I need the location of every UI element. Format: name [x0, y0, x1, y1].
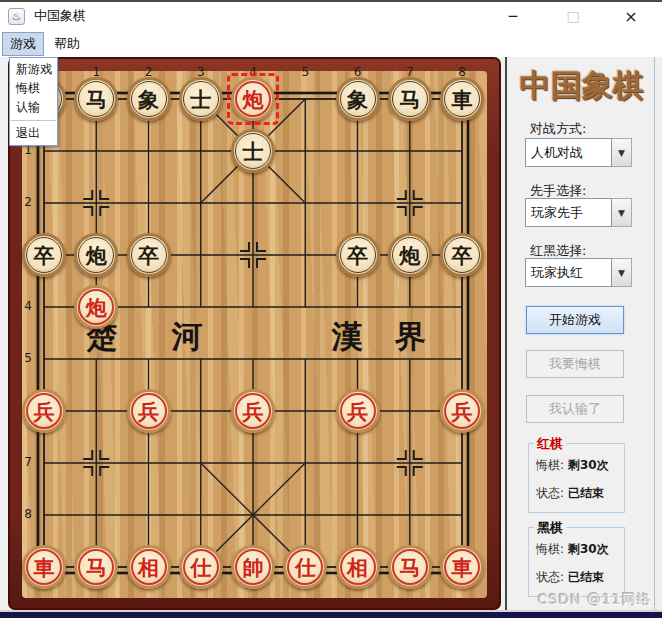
board-point-0-2[interactable]: 象 — [122, 73, 174, 125]
board-point-8-5[interactable] — [279, 489, 331, 541]
piece-glyph: 仕 — [190, 557, 211, 578]
board-point-6-1[interactable] — [70, 385, 122, 437]
board-point-3-5[interactable] — [279, 229, 331, 281]
black-status-label: 状态: — [536, 570, 564, 584]
black-undo-line: 悔棋: 剩30次 — [536, 541, 609, 558]
board-point-2-3[interactable] — [175, 177, 227, 229]
game-menu-popup: 新游戏悔棋认输退出 — [9, 57, 58, 146]
black-status-box: 黑棋 悔棋: 剩30次 状态: 已结束 — [528, 527, 625, 597]
board-point-3-7[interactable]: 炮 — [384, 229, 436, 281]
board-point-9-5[interactable]: 仕 — [279, 541, 331, 593]
board-point-8-6[interactable] — [331, 489, 383, 541]
piece-glyph: 卒 — [347, 245, 368, 266]
board-point-0-7[interactable]: 马 — [384, 73, 436, 125]
black-undo-value: 剩30次 — [568, 542, 609, 556]
xiangqi-board: 楚 河 漢 界 0123456780123456789 車马象士炮象马車士卒炮卒… — [8, 57, 501, 610]
board-point-7-3[interactable] — [175, 437, 227, 489]
board-point-3-4[interactable] — [227, 229, 279, 281]
piece-glyph: 象 — [347, 89, 368, 110]
piece-red-horse[interactable]: 马 — [74, 545, 118, 589]
piece-red-advisor[interactable]: 仕 — [179, 545, 223, 589]
piece-black-horse[interactable]: 马 — [388, 77, 432, 121]
piece-glyph: 炮 — [243, 89, 264, 110]
start-game-button[interactable]: 开始游戏 — [526, 306, 624, 334]
board-point-9-8[interactable]: 車 — [436, 541, 488, 593]
board-point-4-8[interactable] — [436, 281, 488, 333]
board-point-1-1[interactable] — [70, 125, 122, 177]
board-point-6-8[interactable]: 兵 — [436, 385, 488, 437]
piece-glyph: 象 — [138, 89, 159, 110]
board-point-6-2[interactable]: 兵 — [122, 385, 174, 437]
board-point-5-8[interactable] — [436, 333, 488, 385]
piece-red-general[interactable]: 帥 — [231, 545, 275, 589]
resign-button[interactable]: 我认输了 — [526, 395, 624, 423]
title-bar: ♨ 中国象棋 ─ □ × — [0, 2, 662, 30]
piece-glyph: 炮 — [86, 245, 107, 266]
board-point-4-5[interactable] — [279, 281, 331, 333]
board-point-2-0[interactable] — [18, 177, 70, 229]
color-select-value[interactable]: 玩家执红 — [525, 258, 612, 287]
piece-black-advisor[interactable]: 士 — [179, 77, 223, 121]
piece-glyph: 马 — [399, 89, 420, 110]
piece-black-elephant[interactable]: 象 — [127, 77, 171, 121]
board-point-0-8[interactable]: 車 — [436, 73, 488, 125]
board-point-2-2[interactable] — [122, 177, 174, 229]
board-point-7-8[interactable] — [436, 437, 488, 489]
board-point-6-5[interactable] — [279, 385, 331, 437]
chevron-down-icon[interactable]: ▼ — [612, 198, 632, 227]
board-point-1-6[interactable] — [331, 125, 383, 177]
minimize-button[interactable]: ─ — [496, 2, 530, 30]
board-point-7-2[interactable] — [122, 437, 174, 489]
piece-black-elephant[interactable]: 象 — [336, 77, 380, 121]
piece-glyph: 卒 — [138, 245, 159, 266]
first-move-select[interactable]: 玩家先手 ▼ — [525, 198, 632, 227]
piece-red-horse[interactable]: 马 — [388, 545, 432, 589]
board-point-2-4[interactable] — [227, 177, 279, 229]
black-undo-label: 悔棋: — [536, 542, 564, 556]
board-point-4-2[interactable] — [122, 281, 174, 333]
board-point-5-5[interactable] — [279, 333, 331, 385]
watermark: CSDN @11网络 — [538, 591, 652, 609]
piece-glyph: 仕 — [295, 557, 316, 578]
piece-red-soldier[interactable]: 兵 — [22, 389, 66, 433]
piece-glyph: 马 — [86, 89, 107, 110]
board-point-8-4[interactable] — [227, 489, 279, 541]
board-point-4-6[interactable] — [331, 281, 383, 333]
board-point-4-1[interactable]: 炮 — [70, 281, 122, 333]
board-point-5-0[interactable] — [18, 333, 70, 385]
piece-glyph: 卒 — [452, 245, 473, 266]
red-undo-line: 悔棋: 剩30次 — [536, 457, 609, 474]
piece-black-horse[interactable]: 马 — [74, 77, 118, 121]
board-point-2-6[interactable] — [331, 177, 383, 229]
board-point-7-0[interactable] — [18, 437, 70, 489]
color-select-select[interactable]: 玩家执红 ▼ — [525, 258, 632, 287]
menu-game[interactable]: 游戏 — [2, 32, 44, 56]
piece-black-soldier[interactable]: 卒 — [440, 233, 484, 277]
piece-glyph: 車 — [452, 89, 473, 110]
piece-black-cannon[interactable]: 炮 — [74, 233, 118, 277]
piece-glyph: 兵 — [138, 401, 159, 422]
piece-black-chariot[interactable]: 車 — [440, 77, 484, 121]
red-status-box: 红棋 悔棋: 剩30次 状态: 已结束 — [528, 443, 625, 513]
piece-glyph: 車 — [34, 557, 55, 578]
board-point-2-5[interactable] — [279, 177, 331, 229]
first-move-value[interactable]: 玩家先手 — [525, 198, 612, 227]
board-point-5-7[interactable] — [384, 333, 436, 385]
control-panel: 中国象棋 对战方式: 人机对战 ▼ 先手选择: 玩家先手 ▼ 红黑选择: 玩家执… — [501, 57, 662, 612]
board-point-7-4[interactable] — [227, 437, 279, 489]
board-point-8-1[interactable] — [70, 489, 122, 541]
board-point-5-3[interactable] — [175, 333, 227, 385]
piece-red-advisor[interactable]: 仕 — [283, 545, 327, 589]
menu-item-1[interactable]: 悔棋 — [10, 79, 57, 98]
desktop-edge-bottom — [0, 612, 662, 618]
board-point-9-7[interactable]: 马 — [384, 541, 436, 593]
board-point-0-6[interactable]: 象 — [331, 73, 383, 125]
piece-glyph: 马 — [86, 557, 107, 578]
piece-black-cannon[interactable]: 炮 — [388, 233, 432, 277]
board-point-1-5[interactable] — [279, 125, 331, 177]
menu-separator — [11, 120, 56, 121]
piece-red-elephant[interactable]: 相 — [336, 545, 380, 589]
red-status-value: 已结束 — [568, 486, 604, 500]
piece-black-advisor[interactable]: 士 — [231, 129, 275, 173]
board-point-4-7[interactable] — [384, 281, 436, 333]
app-logo: 中国象棋 — [501, 65, 662, 107]
piece-red-cannon[interactable]: 炮 — [74, 285, 118, 329]
board-point-6-7[interactable] — [384, 385, 436, 437]
board-points-grid: 車马象士炮象马車士卒炮卒卒炮卒炮兵兵兵兵兵車马相仕帥仕相马車 — [18, 73, 488, 593]
piece-glyph: 兵 — [452, 401, 473, 422]
panel-divider — [505, 57, 507, 612]
black-box-title: 黑棋 — [534, 519, 566, 537]
piece-glyph: 兵 — [34, 401, 55, 422]
black-status-value: 已结束 — [568, 570, 604, 584]
board-point-3-3[interactable] — [175, 229, 227, 281]
board-point-7-1[interactable] — [70, 437, 122, 489]
board-point-1-4[interactable]: 士 — [227, 125, 279, 177]
request-undo-button[interactable]: 我要悔棋 — [526, 350, 624, 378]
piece-glyph: 卒 — [34, 245, 55, 266]
board-point-8-0[interactable] — [18, 489, 70, 541]
board-point-3-6[interactable]: 卒 — [331, 229, 383, 281]
board-point-0-1[interactable]: 马 — [70, 73, 122, 125]
piece-red-chariot[interactable]: 車 — [22, 545, 66, 589]
menu-bar: 游戏 帮助 — [0, 30, 662, 57]
piece-glyph: 士 — [190, 89, 211, 110]
board-point-2-7[interactable] — [384, 177, 436, 229]
board-point-0-4[interactable]: 炮 — [227, 73, 279, 125]
board-point-7-5[interactable] — [279, 437, 331, 489]
red-undo-value: 剩30次 — [568, 458, 609, 472]
piece-glyph: 帥 — [243, 557, 264, 578]
black-status-line: 状态: 已结束 — [536, 569, 604, 586]
board-point-8-3[interactable] — [175, 489, 227, 541]
window-right-border — [654, 57, 655, 612]
board-point-5-1[interactable] — [70, 333, 122, 385]
chevron-down-icon[interactable]: ▼ — [612, 258, 632, 287]
board-point-1-3[interactable] — [175, 125, 227, 177]
piece-red-cannon[interactable]: 炮 — [231, 77, 275, 121]
board-point-1-7[interactable] — [384, 125, 436, 177]
board-point-3-8[interactable]: 卒 — [436, 229, 488, 281]
battle-mode-value[interactable]: 人机对战 — [525, 138, 612, 167]
board-point-8-7[interactable] — [384, 489, 436, 541]
piece-glyph: 相 — [138, 557, 159, 578]
board-point-3-1[interactable]: 炮 — [70, 229, 122, 281]
board-point-9-3[interactable]: 仕 — [175, 541, 227, 593]
app-java-icon: ♨ — [8, 8, 25, 25]
battle-mode-label: 对战方式: — [530, 120, 586, 138]
board-point-6-4[interactable]: 兵 — [227, 385, 279, 437]
board-point-5-2[interactable] — [122, 333, 174, 385]
piece-black-soldier[interactable]: 卒 — [336, 233, 380, 277]
piece-black-soldier[interactable]: 卒 — [22, 233, 66, 277]
close-button[interactable]: × — [614, 2, 648, 30]
piece-glyph: 兵 — [243, 401, 264, 422]
window-title: 中国象棋 — [34, 7, 86, 25]
board-point-2-8[interactable] — [436, 177, 488, 229]
board-point-8-2[interactable] — [122, 489, 174, 541]
board-point-9-0[interactable]: 車 — [18, 541, 70, 593]
board-point-0-3[interactable]: 士 — [175, 73, 227, 125]
board-point-6-0[interactable]: 兵 — [18, 385, 70, 437]
board-point-7-6[interactable] — [331, 437, 383, 489]
piece-glyph: 马 — [399, 557, 420, 578]
board-point-1-2[interactable] — [122, 125, 174, 177]
red-status-line: 状态: 已结束 — [536, 485, 604, 502]
board-point-7-7[interactable] — [384, 437, 436, 489]
board-point-9-2[interactable]: 相 — [122, 541, 174, 593]
piece-glyph: 炮 — [86, 297, 107, 318]
board-point-9-4[interactable]: 帥 — [227, 541, 279, 593]
red-box-title: 红棋 — [534, 435, 566, 453]
piece-glyph: 士 — [243, 141, 264, 162]
menu-help[interactable]: 帮助 — [46, 32, 88, 56]
board-point-4-0[interactable] — [18, 281, 70, 333]
board-point-2-1[interactable] — [70, 177, 122, 229]
battle-mode-select[interactable]: 人机对战 ▼ — [525, 138, 632, 167]
piece-glyph: 炮 — [399, 245, 420, 266]
piece-red-soldier[interactable]: 兵 — [336, 389, 380, 433]
piece-glyph: 兵 — [347, 401, 368, 422]
menu-item-2[interactable]: 认输 — [10, 98, 57, 117]
board-point-3-0[interactable]: 卒 — [18, 229, 70, 281]
board-point-8-8[interactable] — [436, 489, 488, 541]
board-point-4-3[interactable] — [175, 281, 227, 333]
red-undo-label: 悔棋: — [536, 458, 564, 472]
menu-item-3[interactable]: 退出 — [10, 124, 57, 143]
red-status-label: 状态: — [536, 486, 564, 500]
board-point-9-1[interactable]: 马 — [70, 541, 122, 593]
piece-red-soldier[interactable]: 兵 — [127, 389, 171, 433]
board-point-6-6[interactable]: 兵 — [331, 385, 383, 437]
board-point-5-4[interactable] — [227, 333, 279, 385]
board-point-6-3[interactable] — [175, 385, 227, 437]
maximize-button[interactable]: □ — [556, 2, 590, 30]
piece-red-soldier[interactable]: 兵 — [440, 389, 484, 433]
piece-black-soldier[interactable]: 卒 — [127, 233, 171, 277]
piece-red-chariot[interactable]: 車 — [440, 545, 484, 589]
board-point-1-8[interactable] — [436, 125, 488, 177]
board-point-4-4[interactable] — [227, 281, 279, 333]
piece-glyph: 相 — [347, 557, 368, 578]
menu-item-0[interactable]: 新游戏 — [10, 60, 57, 79]
board-point-3-2[interactable]: 卒 — [122, 229, 174, 281]
board-point-9-6[interactable]: 相 — [331, 541, 383, 593]
piece-red-soldier[interactable]: 兵 — [231, 389, 275, 433]
board-point-5-6[interactable] — [331, 333, 383, 385]
chevron-down-icon[interactable]: ▼ — [612, 138, 632, 167]
board-point-0-5[interactable] — [279, 73, 331, 125]
piece-glyph: 車 — [452, 557, 473, 578]
piece-red-elephant[interactable]: 相 — [127, 545, 171, 589]
